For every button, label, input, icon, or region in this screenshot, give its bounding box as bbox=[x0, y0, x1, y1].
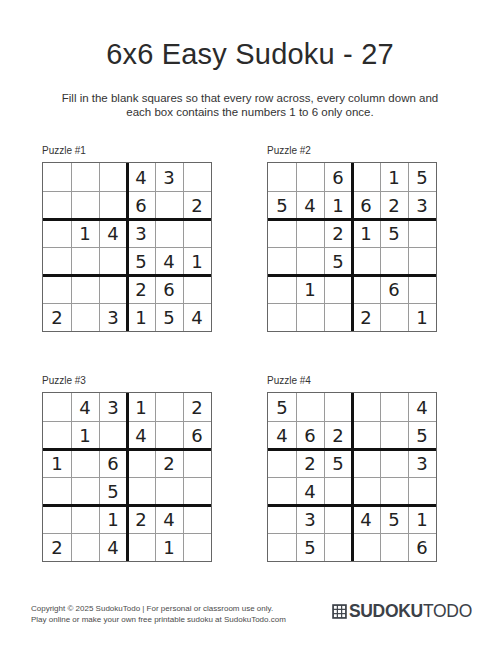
sudoku-cell: 5 bbox=[296, 533, 324, 561]
sudoku-cell bbox=[296, 247, 324, 275]
sudoku-cell bbox=[99, 163, 127, 191]
sudoku-cell bbox=[296, 303, 324, 331]
sudoku-cell: 1 bbox=[127, 303, 155, 331]
sudoku-cell: 4 bbox=[268, 421, 296, 449]
sudoku-cell bbox=[183, 477, 211, 505]
sudoku-grid: 43621435412623154 bbox=[42, 162, 212, 332]
sudoku-cell bbox=[43, 505, 71, 533]
sudoku-cell bbox=[324, 505, 352, 533]
sudoku-cell bbox=[43, 219, 71, 247]
sudoku-cell: 5 bbox=[127, 247, 155, 275]
sudoku-cell bbox=[127, 533, 155, 561]
instructions: Fill in the blank squares so that every … bbox=[0, 91, 500, 119]
sudoku-cell: 5 bbox=[380, 219, 408, 247]
sudoku-cell bbox=[99, 275, 127, 303]
sudoku-cell: 1 bbox=[408, 505, 436, 533]
puzzle-1-section: Puzzle #1 43621435412623154 bbox=[42, 145, 212, 332]
sudoku-cell: 4 bbox=[408, 393, 436, 421]
sudoku-cell: 3 bbox=[296, 505, 324, 533]
sudoku-cell bbox=[408, 275, 436, 303]
sudoku-cell bbox=[296, 163, 324, 191]
sudoku-cell bbox=[71, 275, 99, 303]
copyright-line-1: Copyright © 2025 SudokuTodo | For person… bbox=[31, 603, 286, 614]
sudoku-cell: 2 bbox=[183, 393, 211, 421]
sudoku-cell bbox=[352, 477, 380, 505]
sudoku-cell bbox=[43, 275, 71, 303]
sudoku-cell bbox=[268, 247, 296, 275]
sudoku-cell: 3 bbox=[99, 393, 127, 421]
sudoku-cell: 6 bbox=[324, 163, 352, 191]
sudoku-cell: 5 bbox=[324, 449, 352, 477]
sudoku-cell: 6 bbox=[99, 449, 127, 477]
sudoku-cell bbox=[127, 477, 155, 505]
copyright: Copyright © 2025 SudokuTodo | For person… bbox=[31, 603, 286, 625]
sudoku-cell: 4 bbox=[99, 533, 127, 561]
sudoku-cell: 2 bbox=[155, 449, 183, 477]
sudoku-cell: 2 bbox=[296, 449, 324, 477]
sudoku-cell: 1 bbox=[183, 247, 211, 275]
sudoku-cell: 5 bbox=[380, 505, 408, 533]
sudoku-cell bbox=[268, 533, 296, 561]
sudoku-cell bbox=[352, 393, 380, 421]
sudoku-cell: 2 bbox=[324, 219, 352, 247]
sudoku-cell: 5 bbox=[268, 393, 296, 421]
puzzle-label: Puzzle #3 bbox=[42, 375, 212, 386]
sudoku-cell: 1 bbox=[127, 393, 155, 421]
sudoku-cell: 4 bbox=[352, 505, 380, 533]
sudoku-cell: 6 bbox=[127, 191, 155, 219]
sudoku-cell bbox=[155, 421, 183, 449]
sudoku-cell bbox=[43, 163, 71, 191]
sudoku-cell bbox=[71, 247, 99, 275]
sudoku-cell: 4 bbox=[296, 477, 324, 505]
sudoku-cell bbox=[380, 247, 408, 275]
sudoku-cell bbox=[380, 393, 408, 421]
sudoku-cell bbox=[296, 219, 324, 247]
sudoku-cell bbox=[324, 393, 352, 421]
instructions-line-1: Fill in the blank squares so that every … bbox=[0, 91, 500, 105]
sudoku-cell: 2 bbox=[183, 191, 211, 219]
sudoku-cell bbox=[296, 393, 324, 421]
sudoku-cell bbox=[155, 393, 183, 421]
sudoku-cell bbox=[352, 421, 380, 449]
sudoku-cell: 1 bbox=[43, 449, 71, 477]
sudoku-cell bbox=[155, 477, 183, 505]
sudoku-cell bbox=[155, 219, 183, 247]
sudoku-cell bbox=[71, 477, 99, 505]
sudoku-cell bbox=[324, 477, 352, 505]
sudoku-cell bbox=[183, 275, 211, 303]
sudoku-cell: 1 bbox=[71, 421, 99, 449]
copyright-line-2: Play online or make your own free printa… bbox=[31, 614, 286, 625]
sudoku-cell bbox=[71, 303, 99, 331]
sudoku-cell: 6 bbox=[183, 421, 211, 449]
sudoku-cell bbox=[43, 393, 71, 421]
sudoku-cell: 3 bbox=[155, 163, 183, 191]
sudoku-cell: 2 bbox=[43, 303, 71, 331]
sudoku-cell bbox=[99, 191, 127, 219]
logo-text-todo: TODO bbox=[423, 601, 472, 621]
sudoku-cell bbox=[99, 421, 127, 449]
sudoku-cell: 4 bbox=[183, 303, 211, 331]
sudoku-cell: 3 bbox=[408, 191, 436, 219]
sudoku-cell bbox=[408, 247, 436, 275]
sudoku-cell: 6 bbox=[408, 533, 436, 561]
page-title: 6x6 Easy Sudoku - 27 bbox=[0, 38, 500, 71]
sudoku-cell: 2 bbox=[324, 421, 352, 449]
sudoku-cell bbox=[380, 477, 408, 505]
sudoku-cell bbox=[380, 421, 408, 449]
sudoku-cell bbox=[324, 533, 352, 561]
sudoku-cell: 6 bbox=[296, 421, 324, 449]
sudoku-cell: 4 bbox=[296, 191, 324, 219]
sudoku-cell: 2 bbox=[43, 533, 71, 561]
sudoku-cell bbox=[71, 533, 99, 561]
sudoku-cell bbox=[268, 449, 296, 477]
sudoku-cell: 1 bbox=[155, 533, 183, 561]
sudoku-cell: 4 bbox=[127, 163, 155, 191]
sudoku-cell bbox=[268, 505, 296, 533]
sudoku-cell bbox=[183, 163, 211, 191]
sudoku-cell: 1 bbox=[99, 505, 127, 533]
sudoku-cell bbox=[268, 219, 296, 247]
sudoku-grid: 61554162321551621 bbox=[267, 162, 437, 332]
sudoku-cell bbox=[183, 449, 211, 477]
sudoku-cell bbox=[352, 449, 380, 477]
sudoku-cell: 3 bbox=[99, 303, 127, 331]
sudoku-cell: 1 bbox=[380, 163, 408, 191]
sudoku-cell bbox=[324, 275, 352, 303]
sudoku-cell bbox=[127, 449, 155, 477]
sudoku-cell: 2 bbox=[352, 303, 380, 331]
sudoku-cell bbox=[183, 219, 211, 247]
sudoku-cell: 5 bbox=[268, 191, 296, 219]
sudoku-cell bbox=[268, 275, 296, 303]
sudoku-cell bbox=[268, 163, 296, 191]
sudoku-grid: 5446252534345156 bbox=[267, 392, 437, 562]
sudoku-cell bbox=[43, 421, 71, 449]
sudoku-cell: 5 bbox=[155, 303, 183, 331]
sudoku-cell: 4 bbox=[127, 421, 155, 449]
footer: Copyright © 2025 SudokuTodo | For person… bbox=[0, 600, 500, 640]
sudoku-cell: 5 bbox=[324, 247, 352, 275]
sudoku-cell bbox=[352, 163, 380, 191]
sudoku-cell: 1 bbox=[408, 303, 436, 331]
sudoku-cell: 4 bbox=[155, 247, 183, 275]
sudoku-cell: 5 bbox=[408, 163, 436, 191]
sudoku-cell bbox=[352, 275, 380, 303]
sudoku-cell bbox=[71, 449, 99, 477]
sudoku-cell: 5 bbox=[408, 421, 436, 449]
sudoku-cell: 2 bbox=[127, 275, 155, 303]
puzzle-label: Puzzle #4 bbox=[267, 375, 437, 386]
puzzle-label: Puzzle #2 bbox=[267, 145, 437, 156]
instructions-line-2: each box contains the numbers 1 to 6 onl… bbox=[0, 105, 500, 119]
sudoku-cell: 6 bbox=[155, 275, 183, 303]
sudoku-cell: 6 bbox=[380, 275, 408, 303]
sudoku-cell bbox=[352, 247, 380, 275]
sudoku-cell bbox=[43, 477, 71, 505]
sudoku-cell bbox=[155, 191, 183, 219]
grid-icon bbox=[332, 604, 347, 619]
logo-text-sudoku: SUDOKU bbox=[349, 601, 423, 621]
logo: SUDOKUTODO bbox=[332, 601, 472, 622]
sudoku-cell bbox=[268, 477, 296, 505]
puzzle-3-section: Puzzle #3 43121461625124241 bbox=[42, 375, 212, 562]
sudoku-cell: 2 bbox=[127, 505, 155, 533]
sudoku-cell: 4 bbox=[155, 505, 183, 533]
sudoku-cell bbox=[71, 163, 99, 191]
sudoku-cell bbox=[183, 533, 211, 561]
sudoku-cell: 6 bbox=[352, 191, 380, 219]
sudoku-cell bbox=[71, 505, 99, 533]
sudoku-cell bbox=[43, 191, 71, 219]
puzzle-4-section: Puzzle #4 5446252534345156 bbox=[267, 375, 437, 562]
sudoku-cell bbox=[43, 247, 71, 275]
sudoku-cell bbox=[408, 219, 436, 247]
sudoku-cell bbox=[99, 247, 127, 275]
sudoku-cell: 4 bbox=[99, 219, 127, 247]
page: { "game": "sudoku-6x6", "title": "6x6 Ea… bbox=[0, 0, 500, 647]
sudoku-cell: 1 bbox=[71, 219, 99, 247]
sudoku-cell bbox=[380, 533, 408, 561]
sudoku-cell: 1 bbox=[352, 219, 380, 247]
sudoku-cell: 2 bbox=[380, 191, 408, 219]
sudoku-cell: 3 bbox=[127, 219, 155, 247]
sudoku-grid: 43121461625124241 bbox=[42, 392, 212, 562]
sudoku-cell: 1 bbox=[296, 275, 324, 303]
sudoku-cell bbox=[71, 191, 99, 219]
sudoku-cell: 3 bbox=[408, 449, 436, 477]
sudoku-cell bbox=[183, 505, 211, 533]
sudoku-cell: 4 bbox=[71, 393, 99, 421]
sudoku-cell bbox=[380, 449, 408, 477]
sudoku-cell bbox=[408, 477, 436, 505]
sudoku-cell bbox=[324, 303, 352, 331]
sudoku-cell: 5 bbox=[99, 477, 127, 505]
sudoku-cell bbox=[268, 303, 296, 331]
sudoku-cell bbox=[380, 303, 408, 331]
sudoku-cell: 1 bbox=[324, 191, 352, 219]
puzzle-label: Puzzle #1 bbox=[42, 145, 212, 156]
sudoku-cell bbox=[352, 533, 380, 561]
puzzle-2-section: Puzzle #2 61554162321551621 bbox=[267, 145, 437, 332]
